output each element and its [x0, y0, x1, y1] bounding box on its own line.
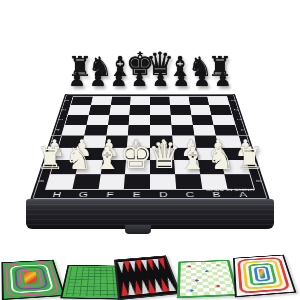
square	[127, 136, 150, 148]
square	[194, 136, 219, 148]
rank-label-right: 7	[249, 164, 258, 169]
square	[126, 148, 150, 161]
square	[91, 97, 112, 106]
thumbnail-snakes-and-ladders-board	[177, 225, 239, 297]
rank-label-left: 5	[50, 139, 58, 143]
square	[109, 105, 130, 114]
square	[172, 136, 196, 148]
file-label: E	[123, 191, 150, 198]
ludo-board-image	[1, 260, 65, 300]
thumbnail-backgammon-board	[118, 221, 182, 297]
piece-black-rook: ♜	[68, 53, 92, 80]
piece-black-rook: ♜	[208, 53, 232, 80]
board-frame: HGFEDCBA MADE IN CHINA 1122334455667788	[30, 94, 270, 200]
square	[130, 105, 150, 114]
square	[65, 115, 88, 125]
thumbnail-ring-race-track-board	[235, 221, 297, 295]
thumbnail-ludo-race-track-board	[2, 224, 66, 298]
square	[125, 160, 150, 174]
go-grid-lines	[66, 267, 117, 297]
rank-label-right: 5	[242, 139, 250, 143]
square	[98, 174, 125, 189]
file-label: G	[69, 191, 97, 198]
square	[100, 160, 126, 174]
square	[173, 148, 198, 161]
square	[170, 115, 192, 125]
rank-label-left: 7	[42, 164, 51, 169]
square	[71, 97, 93, 106]
rank-label-right: 1	[229, 99, 236, 102]
square	[221, 160, 249, 174]
square	[150, 174, 176, 189]
square	[150, 160, 175, 174]
piece-black-pawn: ♟	[131, 70, 148, 89]
square	[150, 136, 173, 148]
square	[75, 160, 102, 174]
piece-black-pawn: ♟	[89, 70, 106, 89]
square	[124, 174, 150, 189]
square	[51, 160, 79, 174]
chess-board: HGFEDCBA MADE IN CHINA 1122334455667788	[30, 94, 270, 200]
file-label: D	[150, 191, 177, 198]
square	[81, 136, 106, 148]
square	[196, 148, 222, 161]
rank-label-left: 3	[58, 118, 65, 122]
go-board-image	[60, 265, 122, 300]
ludo-center-art	[23, 272, 38, 285]
square	[190, 105, 212, 114]
rank-label-right: 3	[235, 118, 242, 122]
rank-label-right: 4	[238, 128, 246, 132]
square	[150, 148, 174, 161]
square	[110, 97, 130, 106]
square	[55, 148, 82, 161]
rank-label-left: 4	[54, 128, 62, 132]
square	[216, 136, 241, 148]
piece-black-king: ♚	[126, 48, 155, 80]
rank-label-left: 6	[46, 151, 54, 155]
square	[150, 115, 171, 125]
rank-label-right: 2	[232, 108, 239, 111]
square	[68, 105, 91, 114]
piece-black-pawn: ♟	[110, 70, 127, 89]
piece-black-knight: ♞	[88, 53, 112, 80]
playfield	[45, 96, 255, 189]
rank-label-right: 8	[253, 178, 262, 183]
rank-label-left: 8	[37, 178, 46, 183]
square	[46, 174, 75, 189]
square	[104, 136, 128, 148]
piece-black-pawn: ♟	[152, 70, 169, 89]
square	[130, 97, 150, 106]
square	[72, 174, 100, 189]
square	[150, 105, 170, 114]
square	[89, 105, 111, 114]
square	[175, 174, 202, 189]
snakes-board-image	[177, 260, 239, 299]
square	[79, 148, 105, 161]
square	[86, 115, 109, 125]
square	[209, 105, 232, 114]
file-label: C	[176, 191, 203, 198]
square	[174, 160, 200, 174]
piece-black-pawn: ♟	[194, 70, 211, 89]
square	[225, 174, 254, 189]
file-label: H	[43, 191, 71, 198]
piece-black-knight: ♞	[188, 53, 212, 80]
rings-board-image	[233, 255, 296, 298]
square	[129, 115, 150, 125]
square	[170, 105, 191, 114]
square	[198, 160, 225, 174]
square	[191, 115, 214, 125]
thumbnail-go-grid-board	[60, 229, 122, 299]
product-photo: HGFEDCBA MADE IN CHINA 1122334455667788 …	[0, 0, 300, 300]
rank-label-left: 2	[61, 108, 68, 111]
square	[169, 97, 189, 106]
square	[58, 136, 83, 148]
piece-black-bishop: ♝	[108, 53, 132, 80]
square	[211, 115, 234, 125]
piece-black-pawn: ♟	[173, 70, 190, 89]
piece-black-pawn: ♟	[214, 70, 231, 89]
piece-black-pawn: ♟	[69, 70, 86, 89]
file-label: F	[96, 191, 123, 198]
square	[207, 97, 229, 106]
square	[188, 97, 209, 106]
piece-black-bishop: ♝	[168, 53, 192, 80]
piece-black-queen: ♛	[146, 48, 175, 80]
rank-label-left: 1	[64, 99, 71, 102]
square	[200, 174, 228, 189]
backgammon-points	[117, 257, 176, 297]
square	[150, 97, 170, 106]
square	[108, 115, 130, 125]
backgammon-board-image	[114, 255, 181, 300]
square	[219, 148, 246, 161]
made-in-china-text: MADE IN CHINA	[206, 188, 255, 191]
board-hinge	[51, 135, 249, 136]
square	[102, 148, 127, 161]
rank-label-right: 6	[245, 151, 253, 155]
file-label: A	[229, 191, 257, 198]
file-label: B	[203, 191, 231, 198]
